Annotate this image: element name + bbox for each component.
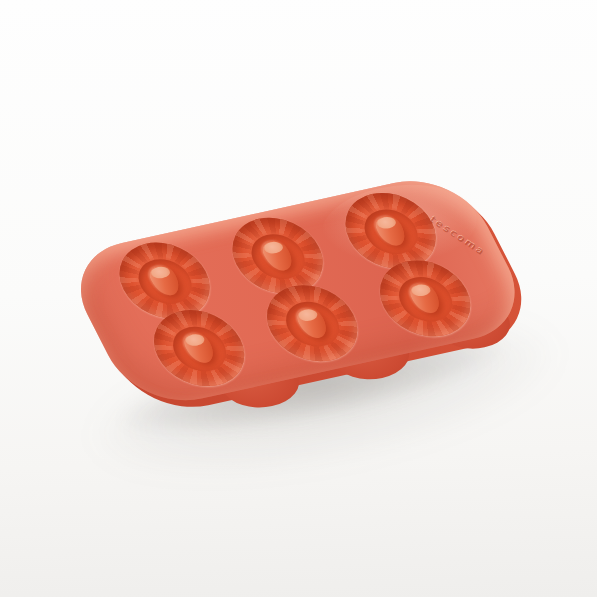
cone-top <box>149 265 172 280</box>
cone-top <box>296 308 319 323</box>
studio-background: tescoma <box>0 0 597 597</box>
cone-top <box>183 333 206 348</box>
cone-top <box>409 283 432 298</box>
cone-top <box>375 215 398 230</box>
cone-top <box>262 240 285 255</box>
